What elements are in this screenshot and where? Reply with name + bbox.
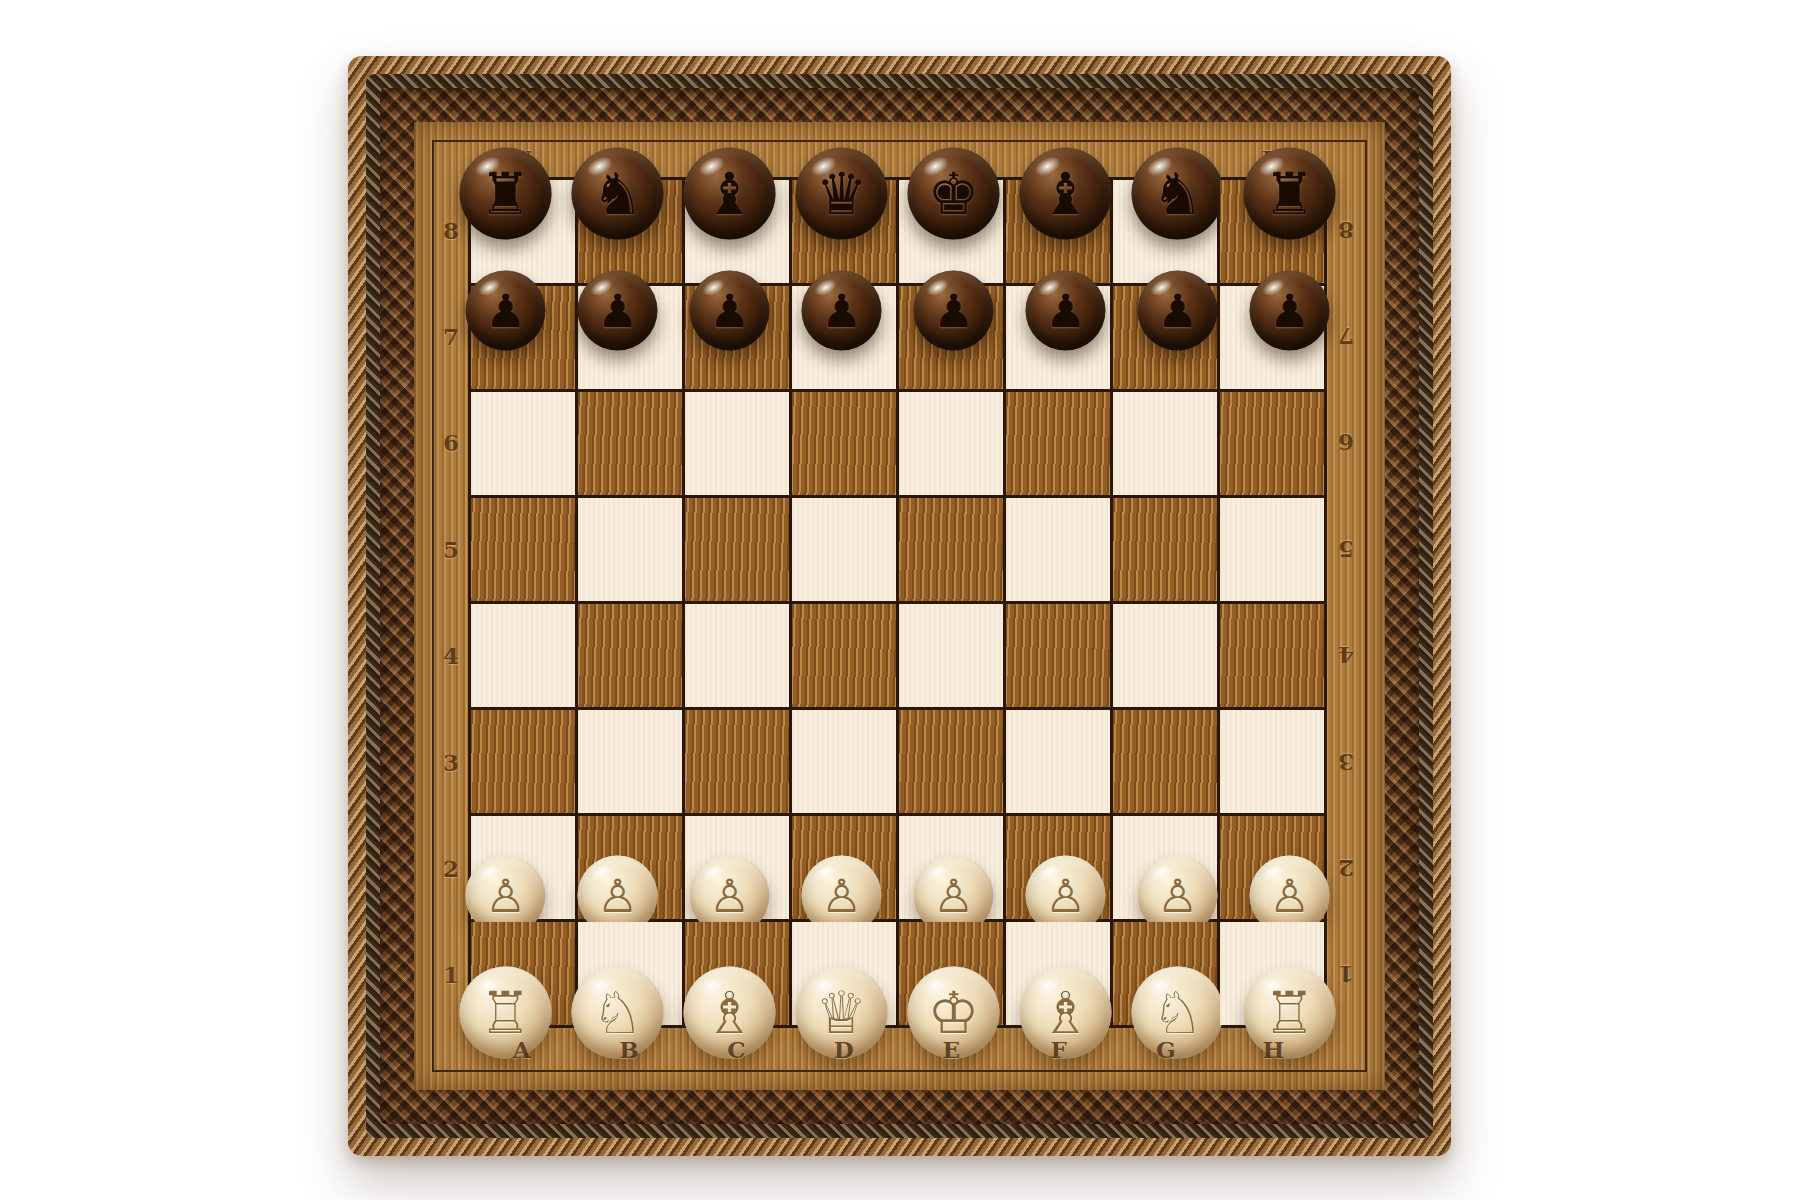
- piece-white-rook-h1[interactable]: ♖: [1244, 966, 1336, 1058]
- label-frame: ABCDEFGH 87654321 ♜♞♝♛♚♝♞♜♟♟♟♟♟♟♟♟♙♙♙♙♙♙…: [432, 140, 1367, 1072]
- rank-label-3: 3: [1338, 749, 1354, 776]
- square-e5[interactable]: [899, 498, 1003, 601]
- file-label-C: C: [727, 1036, 745, 1063]
- square-h4[interactable]: [1220, 604, 1324, 707]
- rank-label-2: 2: [443, 855, 459, 882]
- rank-label-1: 1: [443, 961, 459, 988]
- square-g3[interactable]: [1113, 710, 1217, 813]
- piece-black-rook-h8[interactable]: ♜: [1244, 147, 1336, 239]
- piece-black-bishop-c8[interactable]: ♝: [684, 147, 776, 239]
- square-a5[interactable]: [471, 498, 575, 601]
- square-a8[interactable]: ♜: [471, 180, 575, 283]
- piece-black-pawn-a7[interactable]: ♟: [466, 270, 546, 350]
- rank-label-8: 8: [443, 217, 459, 244]
- piece-white-rook-a1[interactable]: ♖: [460, 966, 552, 1058]
- file-label-A: A: [513, 1036, 531, 1063]
- square-b1[interactable]: ♘: [578, 922, 682, 1025]
- piece-black-rook-a8[interactable]: ♜: [460, 147, 552, 239]
- rank-label-8: 8: [1338, 217, 1354, 244]
- file-label-D: D: [834, 1036, 854, 1063]
- black-pawn-glyph: ♟: [485, 287, 526, 333]
- square-e4[interactable]: [899, 604, 1003, 707]
- square-d1[interactable]: ♕: [792, 922, 896, 1025]
- white-king-glyph: ♔: [928, 983, 980, 1041]
- square-h8[interactable]: ♜: [1220, 180, 1324, 283]
- square-a2[interactable]: ♙: [471, 816, 575, 919]
- rank-label-7: 7: [443, 323, 459, 350]
- chess-board: ♜♞♝♛♚♝♞♜♟♟♟♟♟♟♟♟♙♙♙♙♙♙♙♙♖♘♗♕♔♗♘♖: [468, 177, 1327, 1028]
- white-bishop-glyph: ♗: [1040, 983, 1092, 1041]
- piece-black-knight-g8[interactable]: ♞: [1132, 147, 1224, 239]
- square-g7[interactable]: ♟: [1113, 286, 1217, 389]
- square-d5[interactable]: [792, 498, 896, 601]
- square-g1[interactable]: ♘: [1113, 922, 1217, 1025]
- square-b7[interactable]: ♟: [578, 286, 682, 389]
- rank-label-2: 2: [1338, 855, 1354, 882]
- file-label-B: B: [619, 1036, 638, 1063]
- square-f1[interactable]: ♗: [1006, 922, 1110, 1025]
- piece-black-pawn-b7[interactable]: ♟: [578, 270, 658, 350]
- square-c4[interactable]: [685, 604, 789, 707]
- black-rook-glyph: ♜: [480, 164, 532, 222]
- rank-label-4: 4: [1338, 642, 1354, 669]
- square-b2[interactable]: ♙: [578, 816, 682, 919]
- piece-black-pawn-e7[interactable]: ♟: [914, 270, 994, 350]
- square-g4[interactable]: [1113, 604, 1217, 707]
- square-h5[interactable]: [1220, 498, 1324, 601]
- square-f5[interactable]: [1006, 498, 1110, 601]
- frame-lattice-band: ABCDEFGH 87654321 ♜♞♝♛♚♝♞♜♟♟♟♟♟♟♟♟♙♙♙♙♙♙…: [366, 74, 1433, 1138]
- piece-black-pawn-f7[interactable]: ♟: [1026, 270, 1106, 350]
- rank-label-5: 5: [443, 536, 459, 563]
- white-rook-glyph: ♖: [1264, 983, 1316, 1041]
- square-d6[interactable]: [792, 392, 896, 495]
- black-queen-glyph: ♛: [816, 164, 868, 222]
- board-outer-frame: ABCDEFGH 87654321 ♜♞♝♛♚♝♞♜♟♟♟♟♟♟♟♟♙♙♙♙♙♙…: [348, 56, 1451, 1156]
- square-h6[interactable]: [1220, 392, 1324, 495]
- square-c8[interactable]: ♝: [685, 180, 789, 283]
- square-a1[interactable]: ♖: [471, 922, 575, 1025]
- piece-black-bishop-f8[interactable]: ♝: [1020, 147, 1112, 239]
- ranks-left-labels: 87654321: [434, 177, 468, 1028]
- square-e7[interactable]: ♟: [899, 286, 1003, 389]
- rank-label-3: 3: [443, 749, 459, 776]
- white-knight-glyph: ♘: [1152, 983, 1204, 1041]
- square-f4[interactable]: [1006, 604, 1110, 707]
- square-b8[interactable]: ♞: [578, 180, 682, 283]
- black-pawn-glyph: ♟: [933, 287, 974, 333]
- square-g2[interactable]: ♙: [1113, 816, 1217, 919]
- square-f8[interactable]: ♝: [1006, 180, 1110, 283]
- square-d4[interactable]: [792, 604, 896, 707]
- piece-white-knight-g1[interactable]: ♘: [1132, 966, 1224, 1058]
- rank-label-5: 5: [1338, 536, 1354, 563]
- square-d7[interactable]: ♟: [792, 286, 896, 389]
- file-label-G: G: [1156, 1036, 1176, 1063]
- white-queen-glyph: ♕: [816, 983, 868, 1041]
- rank-label-7: 7: [1338, 323, 1354, 350]
- ranks-right-labels: 87654321: [1327, 177, 1365, 1028]
- rank-label-1: 1: [1338, 961, 1354, 988]
- square-h2[interactable]: ♙: [1220, 816, 1324, 919]
- square-b4[interactable]: [578, 604, 682, 707]
- board-margin: ABCDEFGH 87654321 ♜♞♝♛♚♝♞♜♟♟♟♟♟♟♟♟♙♙♙♙♙♙…: [414, 122, 1385, 1090]
- square-g5[interactable]: [1113, 498, 1217, 601]
- square-h7[interactable]: ♟: [1220, 286, 1324, 389]
- black-pawn-glyph: ♟: [597, 287, 638, 333]
- square-c2[interactable]: ♙: [685, 816, 789, 919]
- square-b5[interactable]: [578, 498, 682, 601]
- square-h3[interactable]: [1220, 710, 1324, 813]
- square-e2[interactable]: ♙: [899, 816, 1003, 919]
- white-bishop-glyph: ♗: [704, 983, 756, 1041]
- white-pawn-glyph: ♙: [1045, 872, 1086, 918]
- black-rook-glyph: ♜: [1264, 164, 1316, 222]
- piece-white-knight-b1[interactable]: ♘: [572, 966, 664, 1058]
- piece-black-pawn-h7[interactable]: ♟: [1250, 270, 1330, 350]
- piece-black-queen-d8[interactable]: ♛: [796, 147, 888, 239]
- rank-label-4: 4: [443, 642, 459, 669]
- square-e8[interactable]: ♚: [899, 180, 1003, 283]
- white-pawn-glyph: ♙: [821, 872, 862, 918]
- photo-backdrop: ABCDEFGH 87654321 ♜♞♝♛♚♝♞♜♟♟♟♟♟♟♟♟♙♙♙♙♙♙…: [0, 0, 1799, 1200]
- black-pawn-glyph: ♟: [1045, 287, 1086, 333]
- piece-black-pawn-d7[interactable]: ♟: [802, 270, 882, 350]
- square-d8[interactable]: ♛: [792, 180, 896, 283]
- white-rook-glyph: ♖: [480, 983, 532, 1041]
- black-knight-glyph: ♞: [592, 164, 644, 222]
- square-c7[interactable]: ♟: [685, 286, 789, 389]
- black-pawn-glyph: ♟: [1269, 287, 1310, 333]
- square-g8[interactable]: ♞: [1113, 180, 1217, 283]
- rank-label-6: 6: [1338, 429, 1354, 456]
- square-c1[interactable]: ♗: [685, 922, 789, 1025]
- square-d3[interactable]: [792, 710, 896, 813]
- piece-black-king-e8[interactable]: ♚: [908, 147, 1000, 239]
- frame-chain-band: ABCDEFGH 87654321 ♜♞♝♛♚♝♞♜♟♟♟♟♟♟♟♟♙♙♙♙♙♙…: [380, 88, 1419, 1124]
- piece-black-pawn-c7[interactable]: ♟: [690, 270, 770, 350]
- black-pawn-glyph: ♟: [1157, 287, 1198, 333]
- white-pawn-glyph: ♙: [485, 872, 526, 918]
- square-d2[interactable]: ♙: [792, 816, 896, 919]
- white-pawn-glyph: ♙: [1269, 872, 1310, 918]
- square-e3[interactable]: [899, 710, 1003, 813]
- black-king-glyph: ♚: [928, 164, 980, 222]
- white-knight-glyph: ♘: [592, 983, 644, 1041]
- square-c3[interactable]: [685, 710, 789, 813]
- square-g6[interactable]: [1113, 392, 1217, 495]
- file-label-H: H: [1262, 1036, 1284, 1063]
- square-f6[interactable]: [1006, 392, 1110, 495]
- white-pawn-glyph: ♙: [597, 872, 638, 918]
- black-bishop-glyph: ♝: [1040, 164, 1092, 222]
- square-a6[interactable]: [471, 392, 575, 495]
- square-f3[interactable]: [1006, 710, 1110, 813]
- rank-label-6: 6: [443, 429, 459, 456]
- file-label-F: F: [1050, 1036, 1066, 1063]
- square-f2[interactable]: ♙: [1006, 816, 1110, 919]
- square-e1[interactable]: ♔: [899, 922, 1003, 1025]
- piece-black-pawn-g7[interactable]: ♟: [1138, 270, 1218, 350]
- piece-black-knight-b8[interactable]: ♞: [572, 147, 664, 239]
- square-c5[interactable]: [685, 498, 789, 601]
- square-h1[interactable]: ♖: [1220, 922, 1324, 1025]
- square-b3[interactable]: [578, 710, 682, 813]
- square-a4[interactable]: [471, 604, 575, 707]
- black-pawn-glyph: ♟: [821, 287, 862, 333]
- square-e6[interactable]: [899, 392, 1003, 495]
- white-pawn-glyph: ♙: [709, 872, 750, 918]
- black-knight-glyph: ♞: [1152, 164, 1204, 222]
- square-a7[interactable]: ♟: [471, 286, 575, 389]
- white-pawn-glyph: ♙: [1157, 872, 1198, 918]
- black-bishop-glyph: ♝: [704, 164, 756, 222]
- white-pawn-glyph: ♙: [933, 872, 974, 918]
- square-a3[interactable]: [471, 710, 575, 813]
- file-label-E: E: [942, 1036, 960, 1063]
- square-b6[interactable]: [578, 392, 682, 495]
- square-c6[interactable]: [685, 392, 789, 495]
- square-f7[interactable]: ♟: [1006, 286, 1110, 389]
- black-pawn-glyph: ♟: [709, 287, 750, 333]
